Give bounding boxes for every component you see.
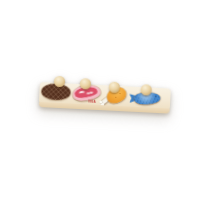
puzzle-board: VIGA — [39, 82, 171, 114]
brand-logo: VIGA — [88, 100, 96, 103]
drumstick-knob — [108, 81, 120, 93]
fish-eye — [154, 95, 156, 97]
meat-patty-knob — [53, 75, 65, 87]
product-photo-canvas: VIGA — [0, 0, 200, 200]
